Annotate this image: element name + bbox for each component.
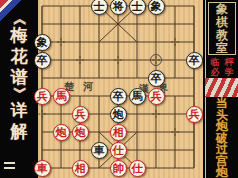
series-title-box: 象棋教室 (208, 2, 236, 55)
piece-red-e2[interactable]: 仕 (110, 142, 127, 159)
piece-black-g10[interactable]: 象 (148, 0, 165, 15)
piece-black-a8[interactable]: 象 (34, 34, 51, 51)
char: 棋 (216, 16, 228, 28)
char: 谱 (11, 67, 28, 87)
piece-black-e5[interactable]: 卒 (110, 88, 127, 105)
piece-black-f10[interactable]: 士 (129, 0, 146, 15)
piece-red-i4[interactable]: 兵 (186, 106, 203, 123)
char: 学 (225, 67, 234, 77)
xiangqi-board[interactable]: 楚河 漢界 士将士象象卒卒卒卒馬炮車兵馬兵兵兵炮炮相仕相車帥仕 (38, 0, 203, 178)
piece-black-e4[interactable]: 炮 (110, 106, 127, 123)
piece-red-c1[interactable]: 相 (72, 160, 89, 177)
logo-bars-decoration (4, 162, 15, 172)
tagline-red-text: 临枰必学 (208, 57, 236, 77)
striped-ribbon-decoration (205, 78, 238, 97)
char: 象 (216, 3, 228, 15)
char: 教 (216, 29, 228, 41)
piece-black-e10[interactable]: 将 (110, 0, 127, 15)
char: 《 (14, 12, 25, 25)
piece-red-c4[interactable]: 兵 (72, 106, 89, 123)
piece-red-b5[interactable]: 馬 (53, 88, 70, 105)
piece-black-f5[interactable]: 馬 (129, 88, 146, 105)
char: 临 (211, 57, 220, 67)
char: 室 (216, 42, 228, 54)
char: 梅 (11, 25, 28, 45)
piece-red-e1[interactable]: 帥 (110, 160, 127, 177)
last-move-origin-marker (150, 54, 162, 66)
piece-red-g5[interactable]: 兵 (148, 88, 165, 105)
piece-red-a1[interactable]: 車 (34, 160, 51, 177)
river-label-chu-he: 楚河 (64, 80, 102, 94)
char: 必 (211, 67, 220, 77)
char: 炮 (216, 167, 228, 178)
right-panel: 象棋教室 临枰必学 当头炮破过宫炮 (203, 0, 238, 178)
xiangqi-thumbnail: 《梅花谱》详解 楚河 漢界 士将士象象卒卒卒卒馬炮車兵馬兵兵兵炮炮相仕相車帥仕 … (0, 0, 238, 178)
char: 枰 (225, 57, 234, 67)
char: 详 (11, 100, 28, 120)
episode-title-vertical: 当头炮破过宫炮 (206, 98, 238, 178)
piece-black-g6[interactable]: 卒 (148, 70, 165, 87)
piece-red-e3[interactable]: 相 (110, 124, 127, 141)
piece-black-d10[interactable]: 士 (91, 0, 108, 15)
piece-red-b3[interactable]: 炮 (53, 124, 70, 141)
piece-red-c3[interactable]: 炮 (72, 124, 89, 141)
piece-red-a5[interactable]: 兵 (34, 88, 51, 105)
char: 》 (14, 87, 25, 100)
book-title-vertical: 《梅花谱》详解 (0, 13, 38, 141)
char: 解 (11, 121, 28, 141)
piece-red-f1[interactable]: 仕 (129, 160, 146, 177)
piece-black-i7[interactable]: 卒 (186, 52, 203, 69)
char: 花 (11, 46, 28, 66)
left-panel: 《梅花谱》详解 (0, 0, 38, 178)
piece-black-d2[interactable]: 車 (91, 142, 108, 159)
piece-black-a7[interactable]: 卒 (34, 52, 51, 69)
